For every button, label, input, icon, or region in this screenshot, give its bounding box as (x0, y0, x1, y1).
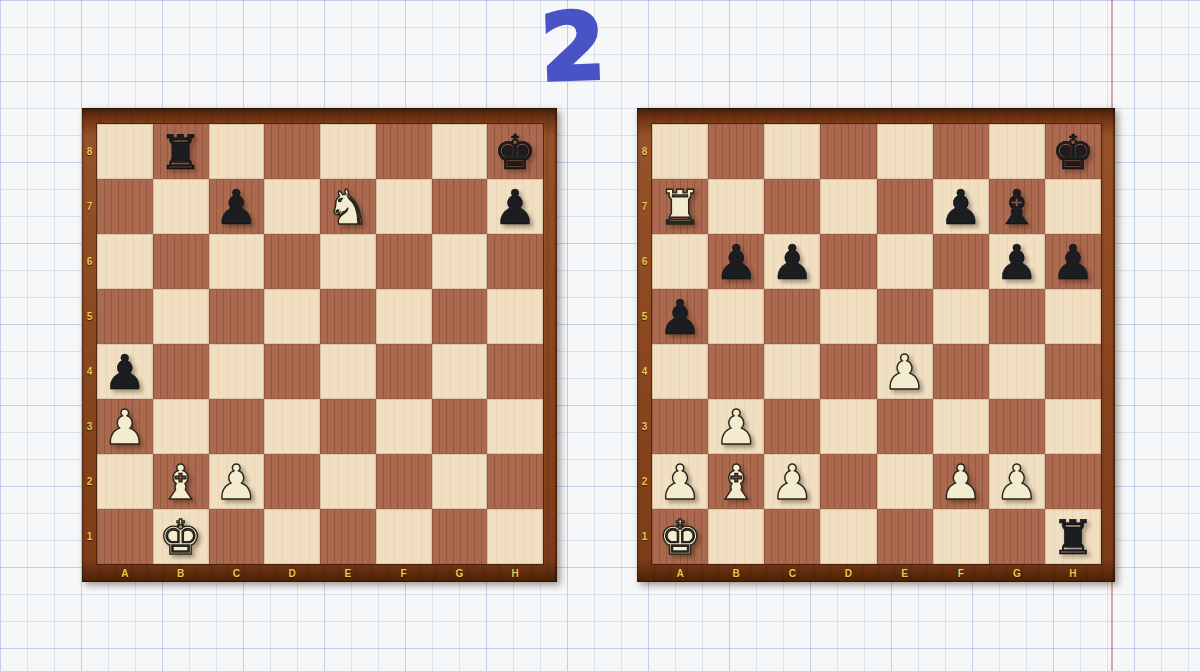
rank-labels: 87654321 (637, 124, 652, 564)
file-label-c: C (764, 564, 820, 582)
square-b7 (153, 179, 209, 234)
square-f7: ♟ (933, 179, 989, 234)
rank-label-2: 2 (637, 454, 652, 509)
square-d3 (264, 399, 320, 454)
white-king-a1: ♚ (659, 513, 702, 561)
file-labels: ABCDEFGH (652, 564, 1101, 582)
square-e2 (320, 454, 376, 509)
square-g8 (989, 124, 1045, 179)
square-h2 (487, 454, 543, 509)
file-label-e: E (320, 564, 376, 582)
square-c5 (764, 289, 820, 344)
square-b2: ♝ (153, 454, 209, 509)
rank-label-6: 6 (82, 234, 97, 289)
square-g3 (432, 399, 488, 454)
file-labels: ABCDEFGH (97, 564, 543, 582)
square-b7 (708, 179, 764, 234)
square-e5 (877, 289, 933, 344)
square-c3 (209, 399, 265, 454)
square-d2 (264, 454, 320, 509)
rank-label-6: 6 (637, 234, 652, 289)
square-h1: ♜ (1045, 509, 1101, 564)
square-c8 (764, 124, 820, 179)
board-grid: ♚♜♟♝♟♟♟♟♟♟♟♟♝♟♟♟♚♜ (652, 124, 1101, 564)
file-label-c: C (209, 564, 265, 582)
black-bishop-g7: ♝ (995, 183, 1038, 231)
square-h5 (1045, 289, 1101, 344)
square-f8 (376, 124, 432, 179)
white-king-b1: ♚ (159, 513, 202, 561)
rank-label-8: 8 (637, 124, 652, 179)
file-label-d: D (820, 564, 876, 582)
square-h4 (1045, 344, 1101, 399)
file-label-h: H (487, 564, 543, 582)
file-label-a: A (97, 564, 153, 582)
black-pawn-b6: ♟ (715, 238, 758, 286)
square-h4 (487, 344, 543, 399)
rank-label-8: 8 (82, 124, 97, 179)
square-h6: ♟ (1045, 234, 1101, 289)
square-g6: ♟ (989, 234, 1045, 289)
square-a8 (97, 124, 153, 179)
square-d8 (264, 124, 320, 179)
square-e8 (320, 124, 376, 179)
square-g8 (432, 124, 488, 179)
black-king-h8: ♚ (494, 128, 537, 176)
square-d5 (820, 289, 876, 344)
rank-label-3: 3 (82, 399, 97, 454)
square-h2 (1045, 454, 1101, 509)
square-d2 (820, 454, 876, 509)
handwritten-number-annotation: 2 (539, 1, 606, 95)
white-pawn-c2: ♟ (215, 458, 258, 506)
square-h3 (487, 399, 543, 454)
square-e2 (877, 454, 933, 509)
square-e4: ♟ (877, 344, 933, 399)
square-c4 (764, 344, 820, 399)
square-b8: ♜ (153, 124, 209, 179)
square-c4 (209, 344, 265, 399)
square-b5 (153, 289, 209, 344)
square-a1: ♚ (652, 509, 708, 564)
square-a6 (652, 234, 708, 289)
black-pawn-f7: ♟ (939, 183, 982, 231)
square-g1 (989, 509, 1045, 564)
white-pawn-a2: ♟ (659, 458, 702, 506)
square-d6 (820, 234, 876, 289)
square-d1 (264, 509, 320, 564)
file-label-h: H (1045, 564, 1101, 582)
square-h6 (487, 234, 543, 289)
square-a7: ♜ (652, 179, 708, 234)
white-pawn-c2: ♟ (771, 458, 814, 506)
square-h5 (487, 289, 543, 344)
white-knight-e7: ♞ (326, 183, 369, 231)
square-a8 (652, 124, 708, 179)
square-a6 (97, 234, 153, 289)
square-g5 (989, 289, 1045, 344)
square-f3 (376, 399, 432, 454)
square-b2: ♝ (708, 454, 764, 509)
square-d4 (264, 344, 320, 399)
rank-label-3: 3 (637, 399, 652, 454)
square-h8: ♚ (1045, 124, 1101, 179)
rank-label-1: 1 (637, 509, 652, 564)
square-b5 (708, 289, 764, 344)
chess-board-right: 87654321 ABCDEFGH ♚♜♟♝♟♟♟♟♟♟♟♟♝♟♟♟♚♜ (637, 108, 1115, 582)
square-a7 (97, 179, 153, 234)
square-c2: ♟ (209, 454, 265, 509)
square-e8 (877, 124, 933, 179)
square-g4 (432, 344, 488, 399)
square-a1 (97, 509, 153, 564)
black-pawn-c6: ♟ (771, 238, 814, 286)
square-e3 (320, 399, 376, 454)
square-a5: ♟ (652, 289, 708, 344)
square-h3 (1045, 399, 1101, 454)
file-label-g: G (432, 564, 488, 582)
square-h7 (1045, 179, 1101, 234)
square-e1 (320, 509, 376, 564)
rank-labels: 87654321 (82, 124, 97, 564)
white-pawn-e4: ♟ (883, 348, 926, 396)
square-g3 (989, 399, 1045, 454)
square-e3 (877, 399, 933, 454)
square-h8: ♚ (487, 124, 543, 179)
square-b3 (153, 399, 209, 454)
square-g6 (432, 234, 488, 289)
square-f1 (933, 509, 989, 564)
black-pawn-h7: ♟ (494, 183, 537, 231)
file-label-a: A (652, 564, 708, 582)
white-rook-a7: ♜ (659, 183, 702, 231)
white-bishop-b2: ♝ (159, 458, 202, 506)
chess-board-left: 87654321 ABCDEFGH ♜♚♟♞♟♟♟♝♟♚ (82, 108, 557, 582)
black-pawn-h6: ♟ (1051, 238, 1094, 286)
rank-label-2: 2 (82, 454, 97, 509)
square-c2: ♟ (764, 454, 820, 509)
file-label-g: G (989, 564, 1045, 582)
white-pawn-g2: ♟ (995, 458, 1038, 506)
square-e1 (877, 509, 933, 564)
square-f2: ♟ (933, 454, 989, 509)
square-g7: ♝ (989, 179, 1045, 234)
square-b8 (708, 124, 764, 179)
square-f2 (376, 454, 432, 509)
square-g7 (432, 179, 488, 234)
square-a4 (652, 344, 708, 399)
square-b6 (153, 234, 209, 289)
square-d7 (820, 179, 876, 234)
black-pawn-c7: ♟ (215, 183, 258, 231)
square-c6: ♟ (764, 234, 820, 289)
square-g2 (432, 454, 488, 509)
square-a2 (97, 454, 153, 509)
rank-label-7: 7 (82, 179, 97, 234)
file-label-b: B (153, 564, 209, 582)
white-pawn-f2: ♟ (939, 458, 982, 506)
square-c1 (764, 509, 820, 564)
rank-label-4: 4 (82, 344, 97, 399)
black-rook-h1: ♜ (1051, 513, 1094, 561)
square-f5 (933, 289, 989, 344)
white-pawn-b3: ♟ (715, 403, 758, 451)
square-b4 (153, 344, 209, 399)
square-c3 (764, 399, 820, 454)
square-g4 (989, 344, 1045, 399)
square-b1 (708, 509, 764, 564)
square-b3: ♟ (708, 399, 764, 454)
square-f4 (376, 344, 432, 399)
notebook-page: { "game": "chess", "page": { "annotation… (0, 0, 1200, 671)
square-f8 (933, 124, 989, 179)
rank-label-7: 7 (637, 179, 652, 234)
white-bishop-b2: ♝ (715, 458, 758, 506)
rank-label-4: 4 (637, 344, 652, 399)
rank-label-1: 1 (82, 509, 97, 564)
square-b4 (708, 344, 764, 399)
square-e7 (877, 179, 933, 234)
board-grid: ♜♚♟♞♟♟♟♝♟♚ (97, 124, 543, 564)
square-f5 (376, 289, 432, 344)
square-d8 (820, 124, 876, 179)
square-c7 (764, 179, 820, 234)
square-f4 (933, 344, 989, 399)
square-a4: ♟ (97, 344, 153, 399)
square-e7: ♞ (320, 179, 376, 234)
square-d4 (820, 344, 876, 399)
square-c6 (209, 234, 265, 289)
square-e4 (320, 344, 376, 399)
square-d7 (264, 179, 320, 234)
square-c5 (209, 289, 265, 344)
square-f3 (933, 399, 989, 454)
square-a5 (97, 289, 153, 344)
square-f7 (376, 179, 432, 234)
rank-label-5: 5 (82, 289, 97, 344)
black-pawn-a5: ♟ (659, 293, 702, 341)
square-a3: ♟ (97, 399, 153, 454)
square-c8 (209, 124, 265, 179)
file-label-f: F (933, 564, 989, 582)
black-pawn-g6: ♟ (995, 238, 1038, 286)
black-king-h8: ♚ (1051, 128, 1094, 176)
square-a3 (652, 399, 708, 454)
square-e5 (320, 289, 376, 344)
square-g2: ♟ (989, 454, 1045, 509)
square-g5 (432, 289, 488, 344)
file-label-e: E (877, 564, 933, 582)
square-e6 (877, 234, 933, 289)
square-b6: ♟ (708, 234, 764, 289)
square-d5 (264, 289, 320, 344)
square-c1 (209, 509, 265, 564)
square-e6 (320, 234, 376, 289)
square-c7: ♟ (209, 179, 265, 234)
square-d6 (264, 234, 320, 289)
square-d1 (820, 509, 876, 564)
square-f1 (376, 509, 432, 564)
file-label-d: D (264, 564, 320, 582)
square-g1 (432, 509, 488, 564)
square-h1 (487, 509, 543, 564)
white-pawn-a3: ♟ (103, 403, 146, 451)
square-d3 (820, 399, 876, 454)
square-f6 (933, 234, 989, 289)
file-label-f: F (376, 564, 432, 582)
square-h7: ♟ (487, 179, 543, 234)
file-label-b: B (708, 564, 764, 582)
black-pawn-a4: ♟ (103, 348, 146, 396)
square-a2: ♟ (652, 454, 708, 509)
black-rook-b8: ♜ (159, 128, 202, 176)
square-b1: ♚ (153, 509, 209, 564)
square-f6 (376, 234, 432, 289)
rank-label-5: 5 (637, 289, 652, 344)
